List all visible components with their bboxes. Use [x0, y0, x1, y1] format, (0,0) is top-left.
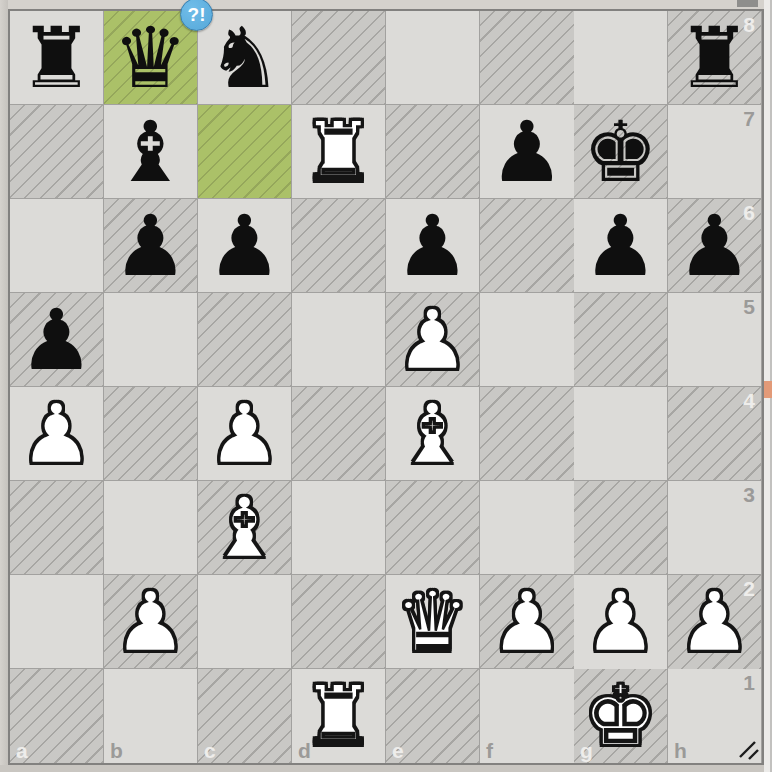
square-f4[interactable] — [480, 387, 574, 481]
top-edge-tab — [737, 0, 758, 7]
square-h6[interactable]: ♟6 — [668, 199, 762, 293]
left-margin — [0, 0, 8, 772]
black-rook-piece[interactable]: ♜ — [10, 11, 103, 104]
square-b7[interactable]: ♝ — [104, 105, 198, 199]
black-pawn-piece[interactable]: ♟ — [480, 105, 574, 198]
black-pawn-piece[interactable]: ♟ — [198, 199, 291, 292]
file-label-e: e — [392, 740, 404, 761]
white-rook-piece[interactable]: ♜ — [292, 105, 385, 198]
square-c2[interactable] — [198, 575, 292, 669]
square-d6[interactable] — [292, 199, 386, 293]
rank-label-5: 5 — [743, 296, 755, 317]
square-g7[interactable]: ♚ — [574, 105, 668, 199]
square-a4[interactable]: ♟ — [10, 387, 104, 481]
white-bishop-piece[interactable]: ♝ — [386, 387, 479, 480]
square-b4[interactable] — [104, 387, 198, 481]
square-h4[interactable]: 4 — [668, 387, 762, 481]
square-b1[interactable]: b — [104, 669, 198, 763]
square-b3[interactable] — [104, 481, 198, 575]
black-knight-piece[interactable]: ♞ — [198, 11, 291, 104]
white-pawn-piece[interactable]: ♟ — [386, 293, 479, 386]
rank-label-4: 4 — [743, 390, 755, 411]
square-a2[interactable] — [10, 575, 104, 669]
square-c3[interactable]: ♝ — [198, 481, 292, 575]
square-b5[interactable] — [104, 293, 198, 387]
analysis-page: ?! ♜♛♞♜8♝♜♟♚7♟♟♟♟♟6♟♟5♟♟♝4♝3♟♛♟♟♟2abc♜de… — [0, 0, 772, 772]
square-c5[interactable] — [198, 293, 292, 387]
square-b2[interactable]: ♟ — [104, 575, 198, 669]
square-h8[interactable]: ♜8 — [668, 11, 762, 105]
black-pawn-piece[interactable]: ♟ — [668, 199, 761, 292]
file-label-c: c — [204, 740, 216, 761]
square-e4[interactable]: ♝ — [386, 387, 480, 481]
square-d5[interactable] — [292, 293, 386, 387]
square-a1[interactable]: a — [10, 669, 104, 763]
square-c1[interactable]: c — [198, 669, 292, 763]
black-pawn-piece[interactable]: ♟ — [386, 199, 479, 292]
file-label-f: f — [486, 740, 493, 761]
black-pawn-piece[interactable]: ♟ — [574, 199, 667, 292]
square-g5[interactable] — [574, 293, 668, 387]
square-f7[interactable]: ♟ — [480, 105, 574, 199]
square-f3[interactable] — [480, 481, 574, 575]
square-e7[interactable] — [386, 105, 480, 199]
square-f2[interactable]: ♟ — [480, 575, 574, 669]
square-a3[interactable] — [10, 481, 104, 575]
black-pawn-piece[interactable]: ♟ — [104, 199, 197, 292]
file-label-h: h — [674, 740, 687, 761]
square-d3[interactable] — [292, 481, 386, 575]
white-queen-piece[interactable]: ♛ — [386, 575, 479, 668]
white-rook-piece[interactable]: ♜ — [292, 669, 385, 763]
square-e1[interactable]: e — [386, 669, 480, 763]
chess-board[interactable]: ?! ♜♛♞♜8♝♜♟♚7♟♟♟♟♟6♟♟5♟♟♝4♝3♟♛♟♟♟2abc♜de… — [8, 9, 764, 765]
white-pawn-piece[interactable]: ♟ — [198, 387, 291, 480]
square-g6[interactable]: ♟ — [574, 199, 668, 293]
white-bishop-piece[interactable]: ♝ — [198, 481, 291, 574]
square-c8[interactable]: ♞ — [198, 11, 292, 105]
scroll-marker[interactable] — [763, 381, 772, 398]
square-d8[interactable] — [292, 11, 386, 105]
file-label-b: b — [110, 740, 123, 761]
square-h7[interactable]: 7 — [668, 105, 762, 199]
square-h5[interactable]: 5 — [668, 293, 762, 387]
square-h2[interactable]: ♟2 — [668, 575, 762, 669]
rank-label-7: 7 — [743, 108, 755, 129]
square-a6[interactable] — [10, 199, 104, 293]
square-b6[interactable]: ♟ — [104, 199, 198, 293]
square-a7[interactable] — [10, 105, 104, 199]
square-d1[interactable]: ♜d — [292, 669, 386, 763]
square-e3[interactable] — [386, 481, 480, 575]
square-f1[interactable]: f — [480, 669, 574, 763]
square-c6[interactable]: ♟ — [198, 199, 292, 293]
white-pawn-piece[interactable]: ♟ — [104, 575, 197, 668]
square-e6[interactable]: ♟ — [386, 199, 480, 293]
square-g1[interactable]: ♚g — [574, 669, 668, 763]
black-bishop-piece[interactable]: ♝ — [104, 105, 197, 198]
white-king-piece[interactable]: ♚ — [574, 669, 667, 763]
square-a8[interactable]: ♜ — [10, 11, 104, 105]
annotation-symbol: ?! — [188, 4, 206, 26]
top-margin — [0, 0, 772, 9]
black-king-piece[interactable]: ♚ — [574, 105, 667, 198]
board-resize-handle[interactable] — [736, 737, 760, 761]
square-a5[interactable]: ♟ — [10, 293, 104, 387]
file-label-a: a — [16, 740, 28, 761]
square-g3[interactable] — [574, 481, 668, 575]
square-e5[interactable]: ♟ — [386, 293, 480, 387]
square-e8[interactable] — [386, 11, 480, 105]
square-d2[interactable] — [292, 575, 386, 669]
bottom-margin — [0, 765, 772, 772]
square-d7[interactable]: ♜ — [292, 105, 386, 199]
white-pawn-piece[interactable]: ♟ — [574, 575, 667, 669]
square-d4[interactable] — [292, 387, 386, 481]
square-e2[interactable]: ♛ — [386, 575, 480, 669]
white-pawn-piece[interactable]: ♟ — [480, 575, 574, 668]
white-pawn-piece[interactable]: ♟ — [10, 387, 103, 480]
white-pawn-piece[interactable]: ♟ — [668, 575, 761, 669]
square-h3[interactable]: 3 — [668, 481, 762, 575]
square-g2[interactable]: ♟ — [574, 575, 668, 669]
square-g4[interactable] — [574, 387, 668, 481]
square-c7[interactable] — [198, 105, 292, 199]
square-g8[interactable] — [574, 11, 668, 105]
square-f5[interactable] — [480, 293, 574, 387]
square-f6[interactable] — [480, 199, 574, 293]
square-c4[interactable]: ♟ — [198, 387, 292, 481]
rank-label-1: 1 — [743, 672, 755, 693]
black-rook-piece[interactable]: ♜ — [668, 11, 761, 104]
rank-label-3: 3 — [743, 484, 755, 505]
square-f8[interactable] — [480, 11, 574, 105]
black-pawn-piece[interactable]: ♟ — [10, 293, 103, 386]
